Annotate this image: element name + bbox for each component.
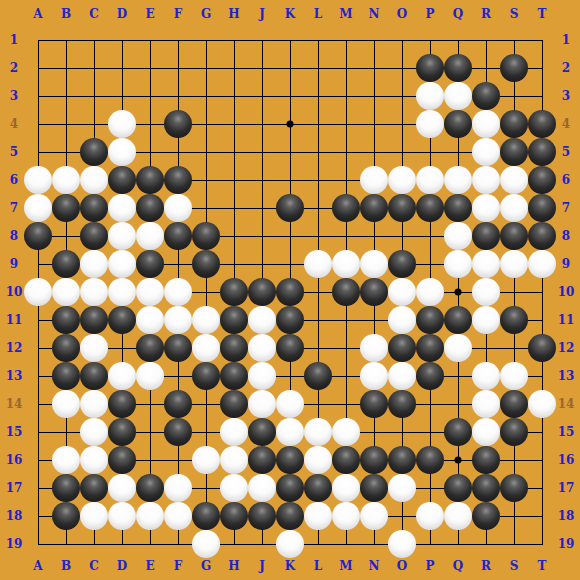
- intersection-A3[interactable]: [24, 82, 52, 110]
- intersection-N5[interactable]: [360, 138, 388, 166]
- intersection-E6[interactable]: [136, 166, 164, 194]
- intersection-A15[interactable]: [24, 418, 52, 446]
- intersection-R8[interactable]: [472, 222, 500, 250]
- intersection-D2[interactable]: [108, 54, 136, 82]
- intersection-H9[interactable]: [220, 250, 248, 278]
- intersection-F11[interactable]: [164, 306, 192, 334]
- intersection-S17[interactable]: [500, 474, 528, 502]
- intersection-S13[interactable]: [500, 362, 528, 390]
- intersection-F6[interactable]: [164, 166, 192, 194]
- intersection-B8[interactable]: [52, 222, 80, 250]
- intersection-O8[interactable]: [388, 222, 416, 250]
- intersection-H17[interactable]: [220, 474, 248, 502]
- intersection-B10[interactable]: [52, 278, 80, 306]
- intersection-G18[interactable]: [192, 502, 220, 530]
- intersection-N15[interactable]: [360, 418, 388, 446]
- intersection-T3[interactable]: [528, 82, 556, 110]
- intersection-A4[interactable]: [24, 110, 52, 138]
- intersection-L17[interactable]: [304, 474, 332, 502]
- intersection-P7[interactable]: [416, 194, 444, 222]
- intersection-L4[interactable]: [304, 110, 332, 138]
- intersection-L2[interactable]: [304, 54, 332, 82]
- intersection-P2[interactable]: [416, 54, 444, 82]
- intersection-P14[interactable]: [416, 390, 444, 418]
- intersection-L11[interactable]: [304, 306, 332, 334]
- intersection-K14[interactable]: [276, 390, 304, 418]
- intersection-P12[interactable]: [416, 334, 444, 362]
- intersection-C11[interactable]: [80, 306, 108, 334]
- intersection-L15[interactable]: [304, 418, 332, 446]
- intersection-G19[interactable]: [192, 530, 220, 558]
- intersection-M10[interactable]: [332, 278, 360, 306]
- intersection-H18[interactable]: [220, 502, 248, 530]
- intersection-T14[interactable]: [528, 390, 556, 418]
- intersection-J8[interactable]: [248, 222, 276, 250]
- intersection-K17[interactable]: [276, 474, 304, 502]
- intersection-T1[interactable]: [528, 26, 556, 54]
- intersection-B4[interactable]: [52, 110, 80, 138]
- intersection-R2[interactable]: [472, 54, 500, 82]
- intersection-L7[interactable]: [304, 194, 332, 222]
- intersection-Q6[interactable]: [444, 166, 472, 194]
- intersection-T13[interactable]: [528, 362, 556, 390]
- intersection-Q8[interactable]: [444, 222, 472, 250]
- intersection-B19[interactable]: [52, 530, 80, 558]
- intersection-M5[interactable]: [332, 138, 360, 166]
- intersection-T18[interactable]: [528, 502, 556, 530]
- intersection-L19[interactable]: [304, 530, 332, 558]
- intersection-K16[interactable]: [276, 446, 304, 474]
- intersection-E12[interactable]: [136, 334, 164, 362]
- intersection-T5[interactable]: [528, 138, 556, 166]
- intersection-O17[interactable]: [388, 474, 416, 502]
- intersection-G4[interactable]: [192, 110, 220, 138]
- intersection-K8[interactable]: [276, 222, 304, 250]
- intersection-H6[interactable]: [220, 166, 248, 194]
- intersection-R9[interactable]: [472, 250, 500, 278]
- intersection-D11[interactable]: [108, 306, 136, 334]
- intersection-N19[interactable]: [360, 530, 388, 558]
- intersection-P10[interactable]: [416, 278, 444, 306]
- intersection-J14[interactable]: [248, 390, 276, 418]
- intersection-E15[interactable]: [136, 418, 164, 446]
- intersection-S7[interactable]: [500, 194, 528, 222]
- intersection-M18[interactable]: [332, 502, 360, 530]
- intersection-C9[interactable]: [80, 250, 108, 278]
- intersection-S1[interactable]: [500, 26, 528, 54]
- intersection-D19[interactable]: [108, 530, 136, 558]
- intersection-Q12[interactable]: [444, 334, 472, 362]
- intersection-C12[interactable]: [80, 334, 108, 362]
- intersection-A19[interactable]: [24, 530, 52, 558]
- intersection-Q3[interactable]: [444, 82, 472, 110]
- intersection-P18[interactable]: [416, 502, 444, 530]
- intersection-A10[interactable]: [24, 278, 52, 306]
- intersection-N3[interactable]: [360, 82, 388, 110]
- intersection-N6[interactable]: [360, 166, 388, 194]
- intersection-C4[interactable]: [80, 110, 108, 138]
- intersection-E17[interactable]: [136, 474, 164, 502]
- intersection-K4[interactable]: [276, 110, 304, 138]
- intersection-E14[interactable]: [136, 390, 164, 418]
- intersection-S16[interactable]: [500, 446, 528, 474]
- intersection-D15[interactable]: [108, 418, 136, 446]
- intersection-C7[interactable]: [80, 194, 108, 222]
- intersection-M11[interactable]: [332, 306, 360, 334]
- intersection-B12[interactable]: [52, 334, 80, 362]
- intersection-D5[interactable]: [108, 138, 136, 166]
- intersection-R14[interactable]: [472, 390, 500, 418]
- intersection-R10[interactable]: [472, 278, 500, 306]
- intersection-M15[interactable]: [332, 418, 360, 446]
- intersection-O10[interactable]: [388, 278, 416, 306]
- intersection-G1[interactable]: [192, 26, 220, 54]
- intersection-S15[interactable]: [500, 418, 528, 446]
- intersection-R7[interactable]: [472, 194, 500, 222]
- intersection-N4[interactable]: [360, 110, 388, 138]
- intersection-M16[interactable]: [332, 446, 360, 474]
- go-board[interactable]: [24, 26, 556, 558]
- intersection-B1[interactable]: [52, 26, 80, 54]
- intersection-G15[interactable]: [192, 418, 220, 446]
- intersection-R1[interactable]: [472, 26, 500, 54]
- intersection-C16[interactable]: [80, 446, 108, 474]
- intersection-A18[interactable]: [24, 502, 52, 530]
- intersection-F1[interactable]: [164, 26, 192, 54]
- intersection-A13[interactable]: [24, 362, 52, 390]
- intersection-G3[interactable]: [192, 82, 220, 110]
- intersection-C15[interactable]: [80, 418, 108, 446]
- intersection-M17[interactable]: [332, 474, 360, 502]
- intersection-A7[interactable]: [24, 194, 52, 222]
- intersection-F5[interactable]: [164, 138, 192, 166]
- intersection-E19[interactable]: [136, 530, 164, 558]
- intersection-Q2[interactable]: [444, 54, 472, 82]
- intersection-H5[interactable]: [220, 138, 248, 166]
- intersection-K9[interactable]: [276, 250, 304, 278]
- intersection-G2[interactable]: [192, 54, 220, 82]
- intersection-H10[interactable]: [220, 278, 248, 306]
- intersection-O5[interactable]: [388, 138, 416, 166]
- intersection-N18[interactable]: [360, 502, 388, 530]
- intersection-N17[interactable]: [360, 474, 388, 502]
- intersection-H11[interactable]: [220, 306, 248, 334]
- intersection-L16[interactable]: [304, 446, 332, 474]
- intersection-M7[interactable]: [332, 194, 360, 222]
- intersection-J5[interactable]: [248, 138, 276, 166]
- intersection-F13[interactable]: [164, 362, 192, 390]
- intersection-E1[interactable]: [136, 26, 164, 54]
- intersection-R15[interactable]: [472, 418, 500, 446]
- intersection-L9[interactable]: [304, 250, 332, 278]
- intersection-F17[interactable]: [164, 474, 192, 502]
- intersection-S11[interactable]: [500, 306, 528, 334]
- intersection-C5[interactable]: [80, 138, 108, 166]
- intersection-R16[interactable]: [472, 446, 500, 474]
- intersection-B2[interactable]: [52, 54, 80, 82]
- intersection-J2[interactable]: [248, 54, 276, 82]
- intersection-F2[interactable]: [164, 54, 192, 82]
- intersection-R4[interactable]: [472, 110, 500, 138]
- intersection-O13[interactable]: [388, 362, 416, 390]
- intersection-M6[interactable]: [332, 166, 360, 194]
- intersection-O14[interactable]: [388, 390, 416, 418]
- intersection-P1[interactable]: [416, 26, 444, 54]
- intersection-Q15[interactable]: [444, 418, 472, 446]
- intersection-T15[interactable]: [528, 418, 556, 446]
- intersection-K3[interactable]: [276, 82, 304, 110]
- intersection-J4[interactable]: [248, 110, 276, 138]
- intersection-R17[interactable]: [472, 474, 500, 502]
- intersection-K19[interactable]: [276, 530, 304, 558]
- intersection-O1[interactable]: [388, 26, 416, 54]
- intersection-C3[interactable]: [80, 82, 108, 110]
- intersection-B6[interactable]: [52, 166, 80, 194]
- intersection-C8[interactable]: [80, 222, 108, 250]
- intersection-L10[interactable]: [304, 278, 332, 306]
- intersection-O4[interactable]: [388, 110, 416, 138]
- intersection-B18[interactable]: [52, 502, 80, 530]
- intersection-E11[interactable]: [136, 306, 164, 334]
- intersection-L8[interactable]: [304, 222, 332, 250]
- intersection-C18[interactable]: [80, 502, 108, 530]
- intersection-J13[interactable]: [248, 362, 276, 390]
- intersection-E9[interactable]: [136, 250, 164, 278]
- intersection-O2[interactable]: [388, 54, 416, 82]
- intersection-B15[interactable]: [52, 418, 80, 446]
- intersection-M1[interactable]: [332, 26, 360, 54]
- intersection-T9[interactable]: [528, 250, 556, 278]
- intersection-F15[interactable]: [164, 418, 192, 446]
- intersection-D10[interactable]: [108, 278, 136, 306]
- intersection-B11[interactable]: [52, 306, 80, 334]
- intersection-J18[interactable]: [248, 502, 276, 530]
- intersection-C10[interactable]: [80, 278, 108, 306]
- intersection-K6[interactable]: [276, 166, 304, 194]
- intersection-Q13[interactable]: [444, 362, 472, 390]
- intersection-F9[interactable]: [164, 250, 192, 278]
- intersection-Q11[interactable]: [444, 306, 472, 334]
- intersection-E2[interactable]: [136, 54, 164, 82]
- intersection-D13[interactable]: [108, 362, 136, 390]
- intersection-H3[interactable]: [220, 82, 248, 110]
- intersection-H15[interactable]: [220, 418, 248, 446]
- intersection-G12[interactable]: [192, 334, 220, 362]
- intersection-P19[interactable]: [416, 530, 444, 558]
- intersection-J9[interactable]: [248, 250, 276, 278]
- intersection-H7[interactable]: [220, 194, 248, 222]
- intersection-B5[interactable]: [52, 138, 80, 166]
- intersection-S5[interactable]: [500, 138, 528, 166]
- intersection-G8[interactable]: [192, 222, 220, 250]
- intersection-D7[interactable]: [108, 194, 136, 222]
- intersection-F4[interactable]: [164, 110, 192, 138]
- intersection-F10[interactable]: [164, 278, 192, 306]
- intersection-T11[interactable]: [528, 306, 556, 334]
- intersection-P15[interactable]: [416, 418, 444, 446]
- intersection-O19[interactable]: [388, 530, 416, 558]
- intersection-O15[interactable]: [388, 418, 416, 446]
- intersection-K7[interactable]: [276, 194, 304, 222]
- intersection-J15[interactable]: [248, 418, 276, 446]
- intersection-F3[interactable]: [164, 82, 192, 110]
- intersection-P5[interactable]: [416, 138, 444, 166]
- intersection-D3[interactable]: [108, 82, 136, 110]
- intersection-D1[interactable]: [108, 26, 136, 54]
- intersection-S9[interactable]: [500, 250, 528, 278]
- intersection-D14[interactable]: [108, 390, 136, 418]
- intersection-P16[interactable]: [416, 446, 444, 474]
- intersection-M14[interactable]: [332, 390, 360, 418]
- intersection-L12[interactable]: [304, 334, 332, 362]
- intersection-Q5[interactable]: [444, 138, 472, 166]
- intersection-K5[interactable]: [276, 138, 304, 166]
- intersection-Q4[interactable]: [444, 110, 472, 138]
- intersection-S10[interactable]: [500, 278, 528, 306]
- intersection-S6[interactable]: [500, 166, 528, 194]
- intersection-N2[interactable]: [360, 54, 388, 82]
- intersection-E18[interactable]: [136, 502, 164, 530]
- intersection-P11[interactable]: [416, 306, 444, 334]
- intersection-D9[interactable]: [108, 250, 136, 278]
- intersection-A17[interactable]: [24, 474, 52, 502]
- intersection-D17[interactable]: [108, 474, 136, 502]
- intersection-F12[interactable]: [164, 334, 192, 362]
- intersection-S2[interactable]: [500, 54, 528, 82]
- intersection-Q17[interactable]: [444, 474, 472, 502]
- intersection-E8[interactable]: [136, 222, 164, 250]
- intersection-A1[interactable]: [24, 26, 52, 54]
- intersection-S19[interactable]: [500, 530, 528, 558]
- intersection-M2[interactable]: [332, 54, 360, 82]
- intersection-P6[interactable]: [416, 166, 444, 194]
- intersection-J6[interactable]: [248, 166, 276, 194]
- intersection-G6[interactable]: [192, 166, 220, 194]
- intersection-P8[interactable]: [416, 222, 444, 250]
- intersection-O7[interactable]: [388, 194, 416, 222]
- intersection-A2[interactable]: [24, 54, 52, 82]
- intersection-M12[interactable]: [332, 334, 360, 362]
- intersection-K10[interactable]: [276, 278, 304, 306]
- intersection-H14[interactable]: [220, 390, 248, 418]
- intersection-R11[interactable]: [472, 306, 500, 334]
- intersection-O12[interactable]: [388, 334, 416, 362]
- intersection-Q14[interactable]: [444, 390, 472, 418]
- intersection-F7[interactable]: [164, 194, 192, 222]
- intersection-G16[interactable]: [192, 446, 220, 474]
- intersection-F19[interactable]: [164, 530, 192, 558]
- intersection-A8[interactable]: [24, 222, 52, 250]
- intersection-C2[interactable]: [80, 54, 108, 82]
- intersection-N7[interactable]: [360, 194, 388, 222]
- intersection-Q19[interactable]: [444, 530, 472, 558]
- intersection-T6[interactable]: [528, 166, 556, 194]
- intersection-S18[interactable]: [500, 502, 528, 530]
- intersection-G13[interactable]: [192, 362, 220, 390]
- intersection-R3[interactable]: [472, 82, 500, 110]
- intersection-D12[interactable]: [108, 334, 136, 362]
- intersection-G5[interactable]: [192, 138, 220, 166]
- intersection-R12[interactable]: [472, 334, 500, 362]
- intersection-H4[interactable]: [220, 110, 248, 138]
- intersection-K15[interactable]: [276, 418, 304, 446]
- intersection-B14[interactable]: [52, 390, 80, 418]
- intersection-S4[interactable]: [500, 110, 528, 138]
- intersection-L13[interactable]: [304, 362, 332, 390]
- intersection-D6[interactable]: [108, 166, 136, 194]
- intersection-D8[interactable]: [108, 222, 136, 250]
- intersection-L6[interactable]: [304, 166, 332, 194]
- intersection-H13[interactable]: [220, 362, 248, 390]
- intersection-T17[interactable]: [528, 474, 556, 502]
- intersection-T12[interactable]: [528, 334, 556, 362]
- intersection-T7[interactable]: [528, 194, 556, 222]
- intersection-S3[interactable]: [500, 82, 528, 110]
- intersection-Q18[interactable]: [444, 502, 472, 530]
- intersection-P17[interactable]: [416, 474, 444, 502]
- intersection-S12[interactable]: [500, 334, 528, 362]
- intersection-P3[interactable]: [416, 82, 444, 110]
- intersection-E16[interactable]: [136, 446, 164, 474]
- intersection-C17[interactable]: [80, 474, 108, 502]
- intersection-Q7[interactable]: [444, 194, 472, 222]
- intersection-A16[interactable]: [24, 446, 52, 474]
- intersection-A5[interactable]: [24, 138, 52, 166]
- intersection-K13[interactable]: [276, 362, 304, 390]
- intersection-H12[interactable]: [220, 334, 248, 362]
- intersection-G7[interactable]: [192, 194, 220, 222]
- intersection-J12[interactable]: [248, 334, 276, 362]
- intersection-B7[interactable]: [52, 194, 80, 222]
- intersection-G9[interactable]: [192, 250, 220, 278]
- intersection-F16[interactable]: [164, 446, 192, 474]
- intersection-B3[interactable]: [52, 82, 80, 110]
- intersection-K1[interactable]: [276, 26, 304, 54]
- intersection-K18[interactable]: [276, 502, 304, 530]
- intersection-F8[interactable]: [164, 222, 192, 250]
- intersection-C19[interactable]: [80, 530, 108, 558]
- intersection-E7[interactable]: [136, 194, 164, 222]
- intersection-T19[interactable]: [528, 530, 556, 558]
- intersection-B13[interactable]: [52, 362, 80, 390]
- intersection-B9[interactable]: [52, 250, 80, 278]
- intersection-H8[interactable]: [220, 222, 248, 250]
- intersection-F18[interactable]: [164, 502, 192, 530]
- intersection-D4[interactable]: [108, 110, 136, 138]
- intersection-O6[interactable]: [388, 166, 416, 194]
- intersection-H16[interactable]: [220, 446, 248, 474]
- intersection-R6[interactable]: [472, 166, 500, 194]
- intersection-C14[interactable]: [80, 390, 108, 418]
- intersection-H19[interactable]: [220, 530, 248, 558]
- intersection-N9[interactable]: [360, 250, 388, 278]
- intersection-P9[interactable]: [416, 250, 444, 278]
- intersection-M4[interactable]: [332, 110, 360, 138]
- intersection-R19[interactable]: [472, 530, 500, 558]
- intersection-E10[interactable]: [136, 278, 164, 306]
- intersection-O16[interactable]: [388, 446, 416, 474]
- intersection-T10[interactable]: [528, 278, 556, 306]
- intersection-M9[interactable]: [332, 250, 360, 278]
- intersection-C6[interactable]: [80, 166, 108, 194]
- intersection-O18[interactable]: [388, 502, 416, 530]
- intersection-O11[interactable]: [388, 306, 416, 334]
- intersection-N16[interactable]: [360, 446, 388, 474]
- intersection-P13[interactable]: [416, 362, 444, 390]
- intersection-T16[interactable]: [528, 446, 556, 474]
- intersection-E4[interactable]: [136, 110, 164, 138]
- intersection-S14[interactable]: [500, 390, 528, 418]
